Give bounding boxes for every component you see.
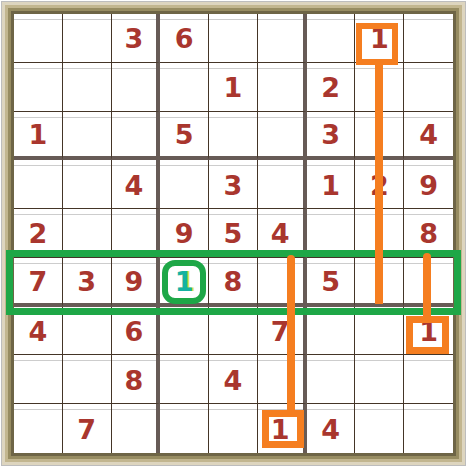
given-digit: 1: [28, 121, 47, 148]
cell-r3c6[interactable]: [258, 112, 307, 161]
cell-r6c9[interactable]: [404, 258, 453, 307]
given-digit: 7: [271, 318, 290, 345]
given-digit: 2: [28, 220, 47, 247]
cell-r7c4[interactable]: [160, 307, 209, 356]
given-digit: 8: [224, 268, 243, 295]
cell-r7c3[interactable]: 6: [112, 307, 161, 356]
cell-r3c2[interactable]: [63, 112, 112, 161]
cell-r7c1[interactable]: 4: [14, 307, 63, 356]
cell-r3c9[interactable]: 4: [404, 112, 453, 161]
cell-r2c4[interactable]: [160, 63, 209, 112]
cell-r8c9[interactable]: [404, 355, 453, 404]
given-digit: 4: [224, 367, 243, 394]
cell-r1c9[interactable]: [404, 14, 453, 63]
cell-r5c5[interactable]: 5: [209, 209, 258, 258]
given-digit: 3: [77, 268, 96, 295]
cell-r4c1[interactable]: [14, 160, 63, 209]
given-digit: 7: [28, 268, 47, 295]
cell-r9c2[interactable]: 7: [63, 404, 112, 453]
cell-r8c8[interactable]: [355, 355, 404, 404]
cell-r4c6[interactable]: [258, 160, 307, 209]
given-digit: 2: [370, 172, 389, 199]
given-digit: 2: [321, 74, 340, 101]
cell-r1c6[interactable]: [258, 14, 307, 63]
given-digit: 1: [271, 416, 290, 443]
cell-r3c3[interactable]: [112, 112, 161, 161]
cell-r6c5[interactable]: 8: [209, 258, 258, 307]
cell-r1c8[interactable]: 1: [355, 14, 404, 63]
cell-r6c2[interactable]: 3: [63, 258, 112, 307]
cell-r6c3[interactable]: 9: [112, 258, 161, 307]
given-digit: 4: [321, 416, 340, 443]
given-digit: 3: [224, 172, 243, 199]
cell-r3c8[interactable]: [355, 112, 404, 161]
cell-r7c2[interactable]: [63, 307, 112, 356]
given-digit: 5: [175, 121, 194, 148]
cell-r1c4[interactable]: 6: [160, 14, 209, 63]
given-digit: 5: [224, 220, 243, 247]
cell-r2c3[interactable]: [112, 63, 161, 112]
given-digit: 1: [370, 25, 389, 52]
sudoku-app: 3611215344312929548739185467184714: [0, 0, 467, 467]
cell-r3c5[interactable]: [209, 112, 258, 161]
cell-r1c5[interactable]: [209, 14, 258, 63]
cell-r2c5[interactable]: 1: [209, 63, 258, 112]
cell-r7c7[interactable]: [307, 307, 356, 356]
cell-r5c1[interactable]: 2: [14, 209, 63, 258]
cell-r3c1[interactable]: 1: [14, 112, 63, 161]
cell-r8c6[interactable]: [258, 355, 307, 404]
given-digit: 9: [419, 172, 438, 199]
cell-r5c2[interactable]: [63, 209, 112, 258]
frame-band: 3611215344312929548739185467184714: [5, 5, 462, 462]
cell-r4c4[interactable]: [160, 160, 209, 209]
cell-r5c9[interactable]: 8: [404, 209, 453, 258]
cell-r5c3[interactable]: [112, 209, 161, 258]
cell-r5c8[interactable]: [355, 209, 404, 258]
cell-r2c2[interactable]: [63, 63, 112, 112]
given-digit: 1: [419, 318, 438, 345]
given-digit: 7: [77, 416, 96, 443]
given-digit: 3: [321, 121, 340, 148]
cell-r6c4[interactable]: 1: [160, 258, 209, 307]
cell-r6c6[interactable]: [258, 258, 307, 307]
cell-r9c5[interactable]: [209, 404, 258, 453]
given-digit: 4: [125, 172, 144, 199]
cell-r4c3[interactable]: 4: [112, 160, 161, 209]
cell-r2c8[interactable]: [355, 63, 404, 112]
cell-r9c7[interactable]: 4: [307, 404, 356, 453]
cell-r5c6[interactable]: 4: [258, 209, 307, 258]
cell-r4c8[interactable]: 2: [355, 160, 404, 209]
cell-r7c5[interactable]: [209, 307, 258, 356]
given-digit: 9: [175, 220, 194, 247]
frame-band-outer: 3611215344312929548739185467184714: [2, 2, 465, 465]
cell-r8c7[interactable]: [307, 355, 356, 404]
cell-r7c8[interactable]: [355, 307, 404, 356]
cell-r8c3[interactable]: 8: [112, 355, 161, 404]
cell-r1c1[interactable]: [14, 14, 63, 63]
cell-r8c2[interactable]: [63, 355, 112, 404]
cell-r3c4[interactable]: 5: [160, 112, 209, 161]
cell-r9c3[interactable]: [112, 404, 161, 453]
cell-r7c6[interactable]: 7: [258, 307, 307, 356]
cell-r5c7[interactable]: [307, 209, 356, 258]
given-digit: 4: [28, 318, 47, 345]
cell-r6c8[interactable]: [355, 258, 404, 307]
cell-r4c2[interactable]: [63, 160, 112, 209]
cell-r9c6[interactable]: 1: [258, 404, 307, 453]
cell-r4c9[interactable]: 9: [404, 160, 453, 209]
given-digit: 8: [419, 220, 438, 247]
cell-r6c1[interactable]: 7: [14, 258, 63, 307]
cell-r3c7[interactable]: 3: [307, 112, 356, 161]
cell-r6c7[interactable]: 5: [307, 258, 356, 307]
given-digit: 9: [125, 268, 144, 295]
given-digit: 3: [125, 25, 144, 52]
cell-r8c4[interactable]: [160, 355, 209, 404]
cell-r4c7[interactable]: 1: [307, 160, 356, 209]
sudoku-board: 3611215344312929548739185467184714: [14, 14, 453, 453]
board-frame: 3611215344312929548739185467184714: [1, 1, 466, 466]
given-digit: 4: [419, 121, 438, 148]
cell-r5c4[interactable]: 9: [160, 209, 209, 258]
cell-r8c5[interactable]: 4: [209, 355, 258, 404]
frame-band-inner: 3611215344312929548739185467184714: [11, 11, 456, 456]
given-digit: 1: [224, 74, 243, 101]
cell-r1c7[interactable]: [307, 14, 356, 63]
given-digit: 6: [175, 25, 194, 52]
given-digit: 4: [271, 220, 290, 247]
cell-r9c1[interactable]: [14, 404, 63, 453]
cell-r4c5[interactable]: 3: [209, 160, 258, 209]
cell-r2c9[interactable]: [404, 63, 453, 112]
given-digit: 8: [125, 367, 144, 394]
given-digit: 1: [321, 172, 340, 199]
cell-r2c1[interactable]: [14, 63, 63, 112]
cell-r9c8[interactable]: [355, 404, 404, 453]
given-digit: 5: [321, 268, 340, 295]
given-digit: 6: [125, 318, 144, 345]
solved-digit: 1: [175, 268, 194, 295]
cell-r9c4[interactable]: [160, 404, 209, 453]
cell-r7c9[interactable]: 1: [404, 307, 453, 356]
cell-r1c3[interactable]: 3: [112, 14, 161, 63]
cell-r2c7[interactable]: 2: [307, 63, 356, 112]
cell-r8c1[interactable]: [14, 355, 63, 404]
frame-band: 3611215344312929548739185467184714: [8, 8, 459, 459]
cell-r2c6[interactable]: [258, 63, 307, 112]
cell-r1c2[interactable]: [63, 14, 112, 63]
cell-r9c9[interactable]: [404, 404, 453, 453]
